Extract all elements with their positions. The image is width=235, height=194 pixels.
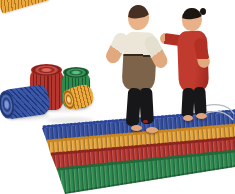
boy-left-foot — [131, 125, 142, 131]
girl-right-leg — [193, 87, 207, 117]
boy-head — [128, 5, 149, 30]
girl-left-foot — [183, 115, 193, 121]
girl-right-foot — [196, 113, 207, 119]
boy-anklet — [143, 120, 148, 123]
boy-right-leg — [139, 88, 154, 125]
girl-hair — [182, 8, 202, 21]
girl-pigtail — [200, 8, 206, 15]
girl-figure — [156, 4, 232, 134]
girl-head — [182, 8, 202, 31]
boy-hair — [128, 5, 149, 19]
product-photo — [0, 0, 235, 194]
